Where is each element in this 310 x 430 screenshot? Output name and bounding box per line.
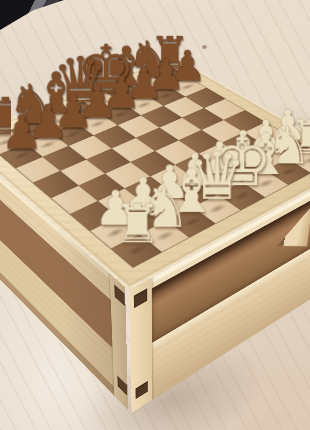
corner-post-front — [129, 278, 152, 413]
black-pawn-icon: ♟ — [0, 108, 51, 155]
inlay-square — [135, 381, 147, 399]
photo-scene: ♜♞♝♛♚♝♞♜♟♟♟♟♟♟♟♟♟♟♟♟♟♟♟♟♜♞♝♛♚♝♞♜ — [0, 0, 310, 430]
inlay-square — [134, 288, 147, 308]
white-rook-icon: ♜ — [101, 197, 171, 251]
inlay-square — [114, 285, 125, 306]
inlay-square — [117, 376, 127, 396]
perspective-world: ♜♞♝♛♚♝♞♜♟♟♟♟♟♟♟♟♟♟♟♟♟♟♟♟♜♞♝♛♚♝♞♜ — [0, 0, 310, 430]
chess-box: ♜♞♝♛♚♝♞♜♟♟♟♟♟♟♟♟♟♟♟♟♟♟♟♟♜♞♝♛♚♝♞♜ — [0, 56, 310, 291]
